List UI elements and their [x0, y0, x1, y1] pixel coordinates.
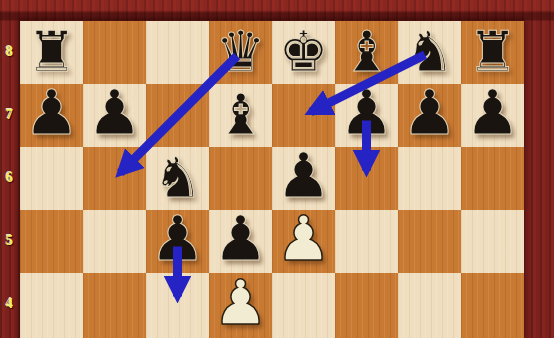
piece-black-rook-a8: ♜ — [20, 21, 83, 84]
square-f7[interactable]: ♟ — [335, 84, 398, 147]
square-a4[interactable] — [20, 273, 83, 338]
square-h7[interactable]: ♟ — [461, 84, 524, 147]
square-h8[interactable]: ♜ — [461, 21, 524, 84]
piece-black-pawn-g7: ♟ — [398, 84, 461, 147]
piece-black-queen-d8: ♛ — [209, 21, 272, 84]
piece-black-pawn-h7: ♟ — [461, 84, 524, 147]
square-c4[interactable] — [146, 273, 209, 338]
piece-black-pawn-e6: ♟ — [272, 147, 335, 210]
piece-black-king-e8: ♚ — [272, 21, 335, 84]
square-c7[interactable] — [146, 84, 209, 147]
piece-black-knight-c6: ♞ — [146, 147, 209, 210]
square-h6[interactable] — [461, 147, 524, 210]
square-f6[interactable] — [335, 147, 398, 210]
square-a5[interactable] — [20, 210, 83, 273]
square-b8[interactable] — [83, 21, 146, 84]
rank-label-5: 5 — [0, 233, 19, 249]
square-g6[interactable] — [398, 147, 461, 210]
square-g4[interactable] — [398, 273, 461, 338]
rank-label-8: 8 — [0, 44, 19, 60]
piece-white-pawn-e5: ♟ — [272, 210, 335, 273]
piece-black-knight-g8: ♞ — [398, 21, 461, 84]
square-c6[interactable]: ♞ — [146, 147, 209, 210]
piece-white-pawn-d4: ♟ — [209, 274, 272, 337]
chess-diagram: 87654 ♜♛♚♝♞♜♟♟♝♟♟♟♞♟♟♟♟♟ — [0, 0, 554, 338]
square-d4[interactable]: ♟ — [209, 273, 272, 338]
square-h4[interactable] — [461, 273, 524, 338]
rank-label-7: 7 — [0, 107, 19, 123]
piece-black-rook-h8: ♜ — [461, 21, 524, 84]
square-d5[interactable]: ♟ — [209, 210, 272, 273]
piece-black-bishop-d7: ♝ — [209, 84, 272, 147]
square-f8[interactable]: ♝ — [335, 21, 398, 84]
square-c8[interactable] — [146, 21, 209, 84]
rank-label-4: 4 — [0, 296, 19, 312]
square-g5[interactable] — [398, 210, 461, 273]
square-d8[interactable]: ♛ — [209, 21, 272, 84]
square-e4[interactable] — [272, 273, 335, 338]
piece-black-bishop-f8: ♝ — [335, 21, 398, 84]
piece-black-pawn-d5: ♟ — [209, 210, 272, 273]
square-e5[interactable]: ♟ — [272, 210, 335, 273]
square-e8[interactable]: ♚ — [272, 21, 335, 84]
square-a6[interactable] — [20, 147, 83, 210]
piece-black-pawn-a7: ♟ — [20, 84, 83, 147]
chessboard: ♜♛♚♝♞♜♟♟♝♟♟♟♞♟♟♟♟♟ — [20, 21, 524, 338]
square-e7[interactable] — [272, 84, 335, 147]
square-g8[interactable]: ♞ — [398, 21, 461, 84]
square-f4[interactable] — [335, 273, 398, 338]
square-a8[interactable]: ♜ — [20, 21, 83, 84]
square-b6[interactable] — [83, 147, 146, 210]
square-b4[interactable] — [83, 273, 146, 338]
piece-black-pawn-f7: ♟ — [335, 84, 398, 147]
square-a7[interactable]: ♟ — [20, 84, 83, 147]
square-e6[interactable]: ♟ — [272, 147, 335, 210]
square-f5[interactable] — [335, 210, 398, 273]
square-b5[interactable] — [83, 210, 146, 273]
square-g7[interactable]: ♟ — [398, 84, 461, 147]
square-c5[interactable]: ♟ — [146, 210, 209, 273]
square-d7[interactable]: ♝ — [209, 84, 272, 147]
rank-label-6: 6 — [0, 170, 19, 186]
piece-black-pawn-c5: ♟ — [146, 210, 209, 273]
square-d6[interactable] — [209, 147, 272, 210]
square-h5[interactable] — [461, 210, 524, 273]
square-b7[interactable]: ♟ — [83, 84, 146, 147]
piece-black-pawn-b7: ♟ — [83, 84, 146, 147]
